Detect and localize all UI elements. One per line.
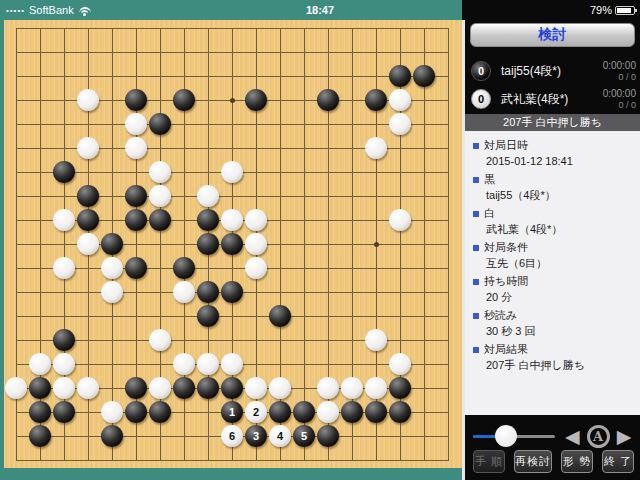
board-cell[interactable] xyxy=(316,40,340,64)
board-cell[interactable] xyxy=(196,424,220,448)
board-cell[interactable] xyxy=(4,112,28,136)
board-cell[interactable] xyxy=(148,208,172,232)
board-cell[interactable] xyxy=(148,328,172,352)
board-cell[interactable] xyxy=(436,328,460,352)
board-cell[interactable] xyxy=(76,232,100,256)
board-cell[interactable] xyxy=(364,112,388,136)
board-cell[interactable] xyxy=(148,280,172,304)
board-cell[interactable] xyxy=(220,112,244,136)
board-cell[interactable] xyxy=(196,136,220,160)
board-cell[interactable] xyxy=(148,88,172,112)
board-cell[interactable] xyxy=(100,448,124,472)
board-cell[interactable] xyxy=(148,160,172,184)
board-cell[interactable] xyxy=(220,40,244,64)
board-cell[interactable]: 3 xyxy=(244,424,268,448)
board-cell[interactable] xyxy=(76,208,100,232)
board-cell[interactable] xyxy=(148,424,172,448)
board-cell[interactable] xyxy=(268,112,292,136)
board-cell[interactable] xyxy=(388,160,412,184)
board-cell[interactable] xyxy=(292,280,316,304)
board-cell[interactable] xyxy=(52,280,76,304)
board-cell[interactable] xyxy=(436,256,460,280)
board-cell[interactable] xyxy=(148,352,172,376)
board-cell[interactable] xyxy=(100,256,124,280)
board-cell[interactable] xyxy=(172,64,196,88)
board-cell[interactable] xyxy=(172,160,196,184)
board-cell[interactable] xyxy=(316,280,340,304)
board-cell[interactable] xyxy=(76,40,100,64)
board-cell[interactable] xyxy=(172,280,196,304)
board-cell[interactable] xyxy=(28,304,52,328)
auto-play-button[interactable]: A xyxy=(587,425,610,448)
board-cell[interactable] xyxy=(28,256,52,280)
board-cell[interactable] xyxy=(124,88,148,112)
board-cell[interactable] xyxy=(268,232,292,256)
board-cell[interactable] xyxy=(76,280,100,304)
board-cell[interactable] xyxy=(100,40,124,64)
board-cell[interactable] xyxy=(364,328,388,352)
board-cell[interactable] xyxy=(364,400,388,424)
board-cell[interactable] xyxy=(316,352,340,376)
board-cell[interactable] xyxy=(292,160,316,184)
board-cell[interactable] xyxy=(340,376,364,400)
board-cell[interactable] xyxy=(388,88,412,112)
board-cell[interactable] xyxy=(148,184,172,208)
board-cell[interactable] xyxy=(388,208,412,232)
board-cell[interactable] xyxy=(364,448,388,472)
board-cell[interactable] xyxy=(28,232,52,256)
board-cell[interactable] xyxy=(340,304,364,328)
board-cell[interactable] xyxy=(340,64,364,88)
board-cell[interactable] xyxy=(268,208,292,232)
board-cell[interactable] xyxy=(388,64,412,88)
moves-button[interactable]: 手 順 xyxy=(473,450,505,473)
board-cell[interactable] xyxy=(196,304,220,328)
board-cell[interactable] xyxy=(412,232,436,256)
board-cell[interactable] xyxy=(196,328,220,352)
board-cell[interactable] xyxy=(76,112,100,136)
end-button[interactable]: 終 了 xyxy=(602,450,634,473)
board-cell[interactable] xyxy=(364,160,388,184)
board-cell[interactable] xyxy=(52,136,76,160)
re-review-button[interactable]: 再検討 xyxy=(514,450,552,473)
board-cell[interactable] xyxy=(100,376,124,400)
board-cell[interactable] xyxy=(52,424,76,448)
board-cell[interactable] xyxy=(124,160,148,184)
board-cell[interactable] xyxy=(124,136,148,160)
board-cell[interactable] xyxy=(76,88,100,112)
board-cell[interactable] xyxy=(316,256,340,280)
board-cell[interactable] xyxy=(220,304,244,328)
board-cell[interactable] xyxy=(268,40,292,64)
board-cell[interactable] xyxy=(100,280,124,304)
board-cell[interactable] xyxy=(196,184,220,208)
board-cell[interactable] xyxy=(4,400,28,424)
board-cell[interactable] xyxy=(76,160,100,184)
board-cell[interactable] xyxy=(4,184,28,208)
board-cell[interactable] xyxy=(172,376,196,400)
board-cell[interactable] xyxy=(28,400,52,424)
board-cell[interactable] xyxy=(364,232,388,256)
board-cell[interactable] xyxy=(4,208,28,232)
board-cell[interactable] xyxy=(340,232,364,256)
board-cell[interactable] xyxy=(196,448,220,472)
board-cell[interactable] xyxy=(52,352,76,376)
board-cell[interactable] xyxy=(76,424,100,448)
board-cell[interactable] xyxy=(364,88,388,112)
board-cell[interactable] xyxy=(340,160,364,184)
board-cell[interactable] xyxy=(244,112,268,136)
board-cell[interactable] xyxy=(220,256,244,280)
board-cell[interactable] xyxy=(436,376,460,400)
board-cell[interactable] xyxy=(148,136,172,160)
board-cell[interactable] xyxy=(52,232,76,256)
board-cell[interactable]: 2 xyxy=(244,400,268,424)
board-cell[interactable] xyxy=(364,304,388,328)
board-cell[interactable] xyxy=(148,112,172,136)
board-cell[interactable] xyxy=(172,400,196,424)
board-cell[interactable] xyxy=(76,352,100,376)
board-cell[interactable] xyxy=(148,304,172,328)
board-cell[interactable] xyxy=(220,184,244,208)
board-cell[interactable] xyxy=(172,256,196,280)
board-cell[interactable] xyxy=(436,352,460,376)
board-cell[interactable] xyxy=(52,448,76,472)
board-cell[interactable] xyxy=(340,448,364,472)
board-cell[interactable] xyxy=(268,280,292,304)
board-cell[interactable] xyxy=(4,280,28,304)
board-cell[interactable] xyxy=(52,208,76,232)
board-cell[interactable] xyxy=(244,448,268,472)
board-cell[interactable] xyxy=(220,64,244,88)
board-cell[interactable] xyxy=(316,64,340,88)
board-cell[interactable] xyxy=(268,328,292,352)
board-cell[interactable] xyxy=(340,280,364,304)
board-cell[interactable] xyxy=(52,88,76,112)
board-cell[interactable] xyxy=(292,40,316,64)
board-cell[interactable] xyxy=(412,184,436,208)
board-cell[interactable] xyxy=(124,64,148,88)
board-cell[interactable] xyxy=(388,232,412,256)
board-cell[interactable] xyxy=(4,136,28,160)
board-cell[interactable] xyxy=(388,184,412,208)
board-cell[interactable] xyxy=(388,424,412,448)
board-cell[interactable] xyxy=(4,88,28,112)
board-cell[interactable] xyxy=(364,424,388,448)
board-cell[interactable] xyxy=(28,160,52,184)
board-cell[interactable] xyxy=(292,232,316,256)
board-cell[interactable] xyxy=(220,280,244,304)
board-cell[interactable] xyxy=(124,232,148,256)
board-cell[interactable] xyxy=(196,280,220,304)
board-cell[interactable] xyxy=(4,352,28,376)
board-cell[interactable] xyxy=(220,136,244,160)
board-cell[interactable] xyxy=(28,40,52,64)
board-cell[interactable] xyxy=(4,424,28,448)
board-cell[interactable] xyxy=(172,184,196,208)
board-cell[interactable] xyxy=(124,448,148,472)
board-cell[interactable] xyxy=(100,424,124,448)
board-cell[interactable] xyxy=(364,184,388,208)
board-cell[interactable] xyxy=(220,376,244,400)
board-cell[interactable] xyxy=(316,448,340,472)
board-cell[interactable] xyxy=(412,304,436,328)
board-cell[interactable] xyxy=(220,160,244,184)
board-cell[interactable] xyxy=(100,64,124,88)
board-cell[interactable] xyxy=(436,424,460,448)
board-cell[interactable] xyxy=(244,136,268,160)
board-cell[interactable] xyxy=(364,64,388,88)
board-cell[interactable] xyxy=(244,184,268,208)
board-cell[interactable] xyxy=(4,376,28,400)
board-cell[interactable] xyxy=(172,448,196,472)
board-cell[interactable] xyxy=(340,136,364,160)
board-cell[interactable] xyxy=(436,280,460,304)
board-cell[interactable] xyxy=(412,256,436,280)
board-cell[interactable] xyxy=(28,208,52,232)
board-cell[interactable] xyxy=(4,256,28,280)
board-cell[interactable] xyxy=(52,304,76,328)
board-cell[interactable] xyxy=(76,448,100,472)
board-cell[interactable] xyxy=(436,232,460,256)
board-cell[interactable] xyxy=(100,352,124,376)
board-cell[interactable] xyxy=(76,64,100,88)
board-cell[interactable] xyxy=(412,112,436,136)
board-cell[interactable] xyxy=(52,64,76,88)
board-cell[interactable] xyxy=(412,424,436,448)
board-cell[interactable] xyxy=(124,328,148,352)
board-cell[interactable] xyxy=(28,424,52,448)
board-cell[interactable] xyxy=(124,208,148,232)
board-cell[interactable] xyxy=(244,328,268,352)
board-cell[interactable] xyxy=(292,112,316,136)
board-cell[interactable] xyxy=(292,88,316,112)
board-cell[interactable] xyxy=(292,352,316,376)
board-cell[interactable] xyxy=(316,328,340,352)
board-cell[interactable] xyxy=(28,112,52,136)
board-cell[interactable] xyxy=(268,352,292,376)
board-cell[interactable] xyxy=(52,400,76,424)
board-cell[interactable] xyxy=(316,376,340,400)
board-cell[interactable] xyxy=(244,304,268,328)
board-cell[interactable] xyxy=(52,112,76,136)
board-cell[interactable] xyxy=(244,40,268,64)
board-cell[interactable] xyxy=(292,448,316,472)
board-cell[interactable] xyxy=(28,352,52,376)
board-cell[interactable] xyxy=(244,88,268,112)
board-cell[interactable] xyxy=(148,64,172,88)
board-cell[interactable] xyxy=(28,376,52,400)
board-cell[interactable] xyxy=(292,64,316,88)
board-cell[interactable] xyxy=(412,64,436,88)
board-cell[interactable] xyxy=(172,88,196,112)
board-cell[interactable] xyxy=(124,376,148,400)
board-cell[interactable] xyxy=(196,160,220,184)
board-cell[interactable] xyxy=(436,400,460,424)
move-slider[interactable] xyxy=(473,423,555,449)
board-cell[interactable] xyxy=(76,400,100,424)
board-cell[interactable] xyxy=(28,136,52,160)
board-cell[interactable] xyxy=(148,256,172,280)
board-cell[interactable] xyxy=(100,136,124,160)
board-cell[interactable] xyxy=(124,40,148,64)
board-cell[interactable]: 1 xyxy=(220,400,244,424)
board-cell[interactable] xyxy=(364,208,388,232)
board-cell[interactable] xyxy=(52,256,76,280)
board-cell[interactable] xyxy=(172,232,196,256)
board-cell[interactable] xyxy=(196,256,220,280)
position-eval-button[interactable]: 形 勢 xyxy=(561,450,593,473)
board-cell[interactable] xyxy=(340,112,364,136)
board-cell[interactable] xyxy=(220,232,244,256)
board-cell[interactable] xyxy=(292,136,316,160)
board-cell[interactable] xyxy=(436,88,460,112)
board-cell[interactable] xyxy=(412,400,436,424)
board-cell[interactable] xyxy=(244,256,268,280)
board-cell[interactable] xyxy=(316,208,340,232)
board-cell[interactable] xyxy=(76,304,100,328)
board-cell[interactable] xyxy=(364,280,388,304)
board-cell[interactable] xyxy=(100,400,124,424)
board-cell[interactable] xyxy=(172,40,196,64)
board-cell[interactable] xyxy=(412,40,436,64)
board-cell[interactable] xyxy=(76,136,100,160)
board-cell[interactable] xyxy=(436,208,460,232)
board-cell[interactable] xyxy=(292,304,316,328)
board-cell[interactable] xyxy=(220,328,244,352)
board-cell[interactable] xyxy=(172,352,196,376)
board-cell[interactable] xyxy=(100,184,124,208)
board-cell[interactable] xyxy=(148,400,172,424)
board-cell[interactable] xyxy=(148,448,172,472)
board-cell[interactable] xyxy=(124,400,148,424)
board-cell[interactable] xyxy=(4,40,28,64)
board-cell[interactable] xyxy=(76,328,100,352)
board-cell[interactable] xyxy=(364,352,388,376)
board-cell[interactable] xyxy=(196,400,220,424)
board-cell[interactable] xyxy=(340,256,364,280)
board-cell[interactable] xyxy=(436,160,460,184)
board-cell[interactable] xyxy=(388,256,412,280)
board-cell[interactable] xyxy=(292,184,316,208)
board-cell[interactable] xyxy=(76,376,100,400)
board-cell[interactable] xyxy=(412,280,436,304)
board-cell[interactable] xyxy=(196,376,220,400)
board-cell[interactable] xyxy=(316,136,340,160)
board-cell[interactable]: 4 xyxy=(268,424,292,448)
board-cell[interactable] xyxy=(412,448,436,472)
board-cell[interactable] xyxy=(196,208,220,232)
board-cell[interactable] xyxy=(436,40,460,64)
board-cell[interactable] xyxy=(268,160,292,184)
board-cell[interactable] xyxy=(340,400,364,424)
board-cell[interactable] xyxy=(364,256,388,280)
board-cell[interactable] xyxy=(124,112,148,136)
board-cell[interactable] xyxy=(100,160,124,184)
board-cell[interactable] xyxy=(292,208,316,232)
board-cell[interactable] xyxy=(100,328,124,352)
board-cell[interactable] xyxy=(436,184,460,208)
board-cell[interactable] xyxy=(268,448,292,472)
board-cell[interactable] xyxy=(436,448,460,472)
board-cell[interactable] xyxy=(244,232,268,256)
board-cell[interactable] xyxy=(412,160,436,184)
board-cell[interactable] xyxy=(364,40,388,64)
board-cell[interactable] xyxy=(412,208,436,232)
board-cell[interactable] xyxy=(196,112,220,136)
board-cell[interactable] xyxy=(412,352,436,376)
board-cell[interactable] xyxy=(388,352,412,376)
board-cell[interactable] xyxy=(292,400,316,424)
prev-move-button[interactable]: ◀ xyxy=(565,427,580,446)
board-cell[interactable] xyxy=(388,376,412,400)
board-cell[interactable] xyxy=(316,424,340,448)
next-move-button[interactable]: ▶ xyxy=(617,427,632,446)
board-cell[interactable] xyxy=(28,88,52,112)
board-cell[interactable] xyxy=(388,328,412,352)
board-cell[interactable] xyxy=(388,448,412,472)
board-cell[interactable] xyxy=(124,352,148,376)
board-cell[interactable] xyxy=(124,184,148,208)
board-cell[interactable] xyxy=(196,88,220,112)
board-cell[interactable] xyxy=(292,376,316,400)
board-cell[interactable] xyxy=(52,40,76,64)
board-cell[interactable] xyxy=(316,112,340,136)
board-cell[interactable] xyxy=(340,184,364,208)
board-cell[interactable] xyxy=(220,208,244,232)
board-cell[interactable] xyxy=(76,184,100,208)
board-cell[interactable] xyxy=(124,280,148,304)
board-cell[interactable] xyxy=(268,184,292,208)
board-cell[interactable] xyxy=(196,232,220,256)
board-cell[interactable] xyxy=(388,400,412,424)
board-cell[interactable] xyxy=(268,304,292,328)
board-cell[interactable] xyxy=(4,448,28,472)
board-cell[interactable] xyxy=(172,328,196,352)
board-cell[interactable] xyxy=(388,280,412,304)
board-cell[interactable] xyxy=(220,448,244,472)
board-cell[interactable] xyxy=(4,304,28,328)
board-cell[interactable] xyxy=(436,304,460,328)
board-cell[interactable] xyxy=(412,136,436,160)
review-header-button[interactable]: 検討 xyxy=(470,23,635,47)
board-cell[interactable]: 5 xyxy=(292,424,316,448)
board-cell[interactable] xyxy=(244,376,268,400)
board-cell[interactable] xyxy=(316,160,340,184)
board-cell[interactable] xyxy=(196,40,220,64)
board-cell[interactable] xyxy=(28,184,52,208)
board-cell[interactable] xyxy=(316,88,340,112)
board-cell[interactable] xyxy=(124,256,148,280)
board-cell[interactable] xyxy=(244,160,268,184)
board-cell[interactable] xyxy=(244,208,268,232)
board-cell[interactable] xyxy=(4,64,28,88)
board-cell[interactable] xyxy=(340,328,364,352)
board-cell[interactable] xyxy=(52,160,76,184)
board-cell[interactable] xyxy=(172,304,196,328)
board-cell[interactable] xyxy=(100,88,124,112)
board-cell[interactable] xyxy=(172,424,196,448)
board-cell[interactable] xyxy=(268,376,292,400)
board-cell[interactable] xyxy=(196,64,220,88)
board-cell[interactable] xyxy=(316,400,340,424)
board-cell[interactable] xyxy=(28,328,52,352)
board-cell[interactable] xyxy=(196,352,220,376)
board-cell[interactable] xyxy=(52,376,76,400)
board-cell[interactable] xyxy=(436,112,460,136)
board-cell[interactable] xyxy=(100,208,124,232)
board-cell[interactable] xyxy=(364,136,388,160)
